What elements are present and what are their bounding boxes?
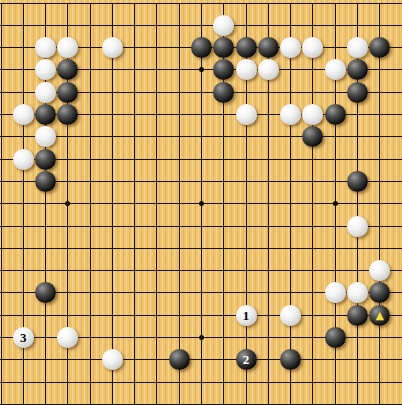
white-stone[interactable] bbox=[35, 82, 56, 103]
grid-line-horizontal bbox=[0, 359, 402, 360]
white-stone[interactable] bbox=[213, 15, 234, 36]
triangle-mark-icon: ▲ bbox=[375, 310, 383, 321]
grid-line-vertical bbox=[312, 3, 313, 405]
white-stone[interactable] bbox=[13, 149, 34, 170]
move-number-label: 1 bbox=[243, 309, 250, 322]
black-stone[interactable] bbox=[169, 349, 190, 370]
black-stone[interactable]: 2 bbox=[236, 349, 257, 370]
black-stone[interactable] bbox=[57, 104, 78, 125]
star-point bbox=[333, 201, 338, 206]
grid-line-horizontal bbox=[0, 248, 402, 249]
white-stone[interactable] bbox=[347, 282, 368, 303]
black-stone[interactable] bbox=[302, 126, 323, 147]
black-stone[interactable] bbox=[347, 305, 368, 326]
white-stone[interactable] bbox=[280, 37, 301, 58]
black-stone[interactable] bbox=[369, 37, 390, 58]
black-stone[interactable] bbox=[35, 104, 56, 125]
white-stone[interactable] bbox=[35, 126, 56, 147]
white-stone[interactable] bbox=[369, 260, 390, 281]
black-stone[interactable] bbox=[347, 171, 368, 192]
black-stone[interactable] bbox=[347, 59, 368, 80]
white-stone[interactable] bbox=[57, 327, 78, 348]
grid-line-horizontal bbox=[0, 315, 402, 316]
black-stone[interactable] bbox=[258, 37, 279, 58]
star-point bbox=[199, 335, 204, 340]
white-stone[interactable] bbox=[35, 59, 56, 80]
white-stone[interactable]: 3 bbox=[13, 327, 34, 348]
star-point bbox=[199, 67, 204, 72]
black-stone[interactable] bbox=[325, 104, 346, 125]
white-stone[interactable] bbox=[102, 349, 123, 370]
star-point bbox=[65, 201, 70, 206]
move-number-label: 3 bbox=[20, 331, 27, 344]
white-stone[interactable] bbox=[102, 37, 123, 58]
white-stone[interactable] bbox=[280, 104, 301, 125]
black-stone[interactable] bbox=[347, 82, 368, 103]
black-stone[interactable] bbox=[191, 37, 212, 58]
grid-line-horizontal bbox=[0, 382, 402, 383]
black-stone[interactable] bbox=[213, 59, 234, 80]
white-stone[interactable] bbox=[57, 37, 78, 58]
white-stone[interactable]: 1 bbox=[236, 305, 257, 326]
white-stone[interactable] bbox=[347, 216, 368, 237]
white-stone[interactable] bbox=[236, 59, 257, 80]
grid-line-vertical bbox=[379, 3, 380, 405]
white-stone[interactable] bbox=[236, 104, 257, 125]
grid-line-horizontal bbox=[0, 270, 402, 271]
black-stone[interactable] bbox=[280, 349, 301, 370]
black-stone[interactable] bbox=[35, 282, 56, 303]
white-stone[interactable] bbox=[302, 37, 323, 58]
black-stone[interactable] bbox=[57, 59, 78, 80]
white-stone[interactable] bbox=[35, 37, 56, 58]
white-stone[interactable] bbox=[325, 59, 346, 80]
black-stone[interactable] bbox=[35, 171, 56, 192]
black-stone[interactable] bbox=[35, 149, 56, 170]
white-stone[interactable] bbox=[325, 282, 346, 303]
black-stone[interactable]: ▲ bbox=[369, 305, 390, 326]
black-stone[interactable] bbox=[236, 37, 257, 58]
white-stone[interactable] bbox=[258, 59, 279, 80]
white-stone[interactable] bbox=[13, 104, 34, 125]
white-stone[interactable] bbox=[347, 37, 368, 58]
white-stone[interactable] bbox=[280, 305, 301, 326]
black-stone[interactable] bbox=[213, 82, 234, 103]
move-number-label: 2 bbox=[243, 353, 250, 366]
grid-line-horizontal bbox=[0, 226, 402, 227]
black-stone[interactable] bbox=[369, 282, 390, 303]
white-stone[interactable] bbox=[302, 104, 323, 125]
grid-line-vertical bbox=[290, 3, 291, 405]
black-stone[interactable] bbox=[213, 37, 234, 58]
black-stone[interactable] bbox=[325, 327, 346, 348]
star-point bbox=[199, 201, 204, 206]
go-board[interactable]: 1▲32 bbox=[0, 0, 402, 405]
black-stone[interactable] bbox=[57, 82, 78, 103]
